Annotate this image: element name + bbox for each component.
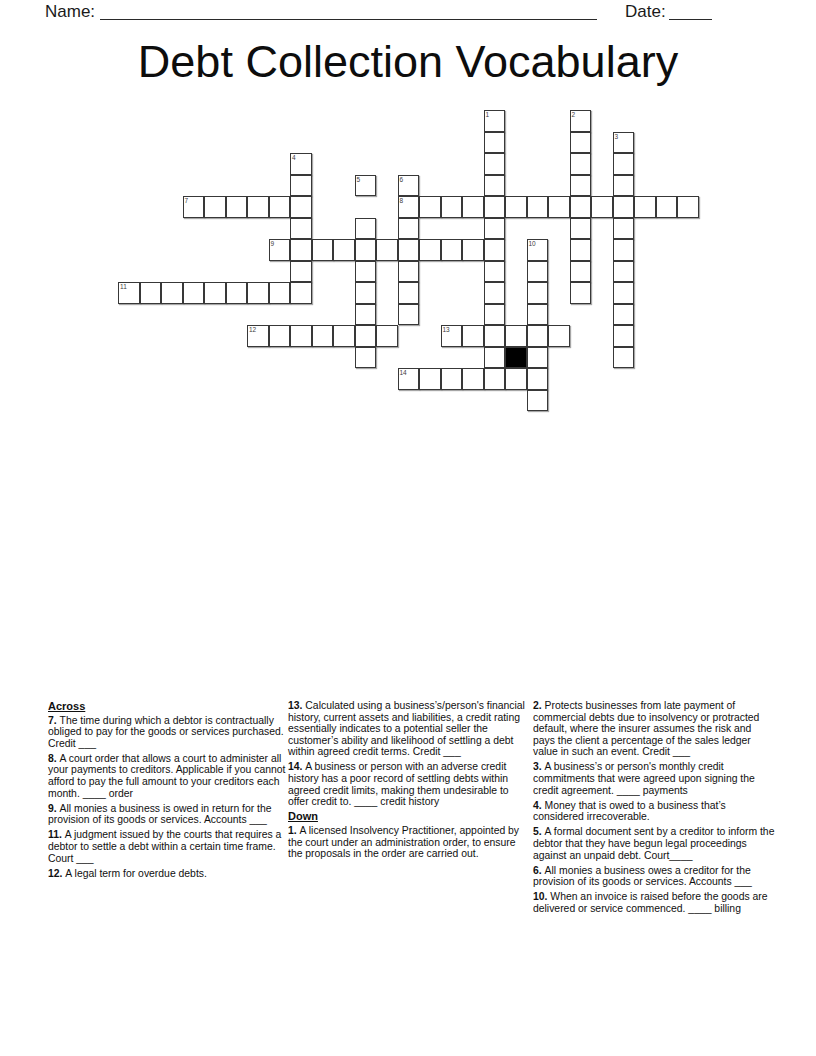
grid-cell[interactable] (290, 325, 312, 347)
grid-cell[interactable] (312, 325, 334, 347)
grid-cell[interactable] (527, 304, 549, 326)
grid-cell[interactable] (398, 239, 420, 261)
grid-cell[interactable]: 13 (441, 325, 463, 347)
grid-cell[interactable] (419, 368, 441, 390)
grid-cell[interactable]: 14 (398, 368, 420, 390)
down-clue-1: 1. A licensed Insolvency Practitioner, a… (288, 825, 526, 860)
clue-number: 1 (486, 111, 490, 119)
grid-cell[interactable] (505, 325, 527, 347)
grid-cell[interactable] (226, 196, 248, 218)
grid-cell[interactable] (441, 368, 463, 390)
grid-cell[interactable] (204, 196, 226, 218)
down-clues-part2: 2. Protects businesses from late payment… (533, 700, 775, 915)
grid-cell[interactable] (290, 282, 312, 304)
clue-number: 7 (185, 197, 189, 205)
grid-cell[interactable]: 7 (183, 196, 205, 218)
grid-cell[interactable]: 8 (398, 196, 420, 218)
across-clue-11: 11. A judgment issued by the courts that… (48, 829, 286, 864)
grid-cell[interactable] (441, 239, 463, 261)
across-header: Across (48, 701, 286, 713)
grid-cell[interactable] (527, 347, 549, 369)
clue-number: 11 (120, 283, 127, 291)
grid-cell[interactable] (398, 218, 420, 240)
grid-cell[interactable] (355, 325, 377, 347)
clue-number: 14 (400, 369, 407, 377)
grid-cell[interactable] (355, 261, 377, 283)
black-cell (505, 347, 527, 369)
clue-number-label: 2. (533, 700, 545, 711)
clue-number: 13 (443, 326, 450, 334)
grid-cell[interactable] (462, 239, 484, 261)
grid-cell[interactable] (419, 239, 441, 261)
grid-cell[interactable]: 5 (355, 175, 377, 197)
grid-cell[interactable] (333, 239, 355, 261)
clue-number-label: 3. (533, 761, 545, 772)
grid-cell[interactable] (441, 196, 463, 218)
grid-cell[interactable] (269, 196, 291, 218)
clue-number-label: 6. (533, 865, 545, 876)
grid-cell[interactable] (634, 196, 656, 218)
grid-cell[interactable]: 12 (247, 325, 269, 347)
across-clue-9: 9. All monies a business is owed in retu… (48, 803, 286, 826)
grid-cell[interactable] (613, 153, 635, 175)
grid-cell[interactable] (613, 239, 635, 261)
grid-cell[interactable] (548, 325, 570, 347)
grid-cell[interactable] (570, 132, 592, 154)
clue-number-label: 9. (48, 803, 60, 814)
clue-number-label: 7. (48, 715, 60, 726)
grid-cell[interactable] (484, 368, 506, 390)
grid-cell[interactable] (613, 175, 635, 197)
grid-cell[interactable] (462, 368, 484, 390)
clues-column-2: 13. Calculated using a business’s/person… (288, 700, 526, 863)
grid-cell[interactable] (613, 325, 635, 347)
grid-cell[interactable] (613, 218, 635, 240)
across-clue-7: 7. The time during which a debtor is con… (48, 715, 286, 750)
grid-cell[interactable] (484, 239, 506, 261)
grid-cell[interactable] (527, 196, 549, 218)
grid-cell[interactable] (376, 325, 398, 347)
clue-number: 10 (529, 240, 536, 248)
across-clue-13: 13. Calculated using a business’s/person… (288, 700, 526, 758)
grid-cell[interactable] (570, 239, 592, 261)
grid-cell[interactable] (484, 325, 506, 347)
across-clue-8: 8. A court order that allows a court to … (48, 753, 286, 799)
name-label: Name: (45, 2, 95, 22)
grid-cell[interactable] (505, 368, 527, 390)
grid-cell[interactable] (419, 196, 441, 218)
grid-cell[interactable] (161, 282, 183, 304)
grid-cell[interactable] (570, 218, 592, 240)
clue-number-label: 1. (288, 825, 300, 836)
grid-cell[interactable] (656, 196, 678, 218)
clue-number-label: 11. (48, 829, 65, 840)
grid-cell[interactable] (613, 282, 635, 304)
grid-cell[interactable] (484, 175, 506, 197)
grid-cell[interactable]: 11 (118, 282, 140, 304)
grid-cell[interactable] (290, 261, 312, 283)
grid-cell[interactable] (570, 175, 592, 197)
grid-cell[interactable] (570, 196, 592, 218)
grid-cell[interactable] (484, 282, 506, 304)
grid-cell[interactable] (398, 282, 420, 304)
crossword-grid: 1234567891011121314 (118, 110, 699, 411)
grid-cell[interactable] (484, 196, 506, 218)
grid-cell[interactable]: 1 (484, 110, 506, 132)
clue-number-label: 5. (533, 826, 545, 837)
grid-cell[interactable] (226, 282, 248, 304)
grid-cell[interactable] (376, 239, 398, 261)
grid-cell[interactable] (398, 304, 420, 326)
grid-cell[interactable] (527, 261, 549, 283)
grid-cell[interactable] (355, 304, 377, 326)
grid-cell[interactable] (269, 282, 291, 304)
clue-number: 3 (615, 133, 619, 141)
clue-number: 4 (292, 154, 296, 162)
grid-cell[interactable]: 2 (570, 110, 592, 132)
grid-cell[interactable] (398, 261, 420, 283)
page-title: Debt Collection Vocabulary (0, 36, 816, 88)
clue-number: 12 (249, 326, 256, 334)
grid-cell[interactable] (290, 218, 312, 240)
grid-cell[interactable] (140, 282, 162, 304)
clue-number-label: 8. (48, 753, 60, 764)
clue-number: 9 (271, 240, 275, 248)
grid-cell[interactable]: 10 (527, 239, 549, 261)
grid-cell[interactable] (570, 153, 592, 175)
name-blank-line[interactable] (100, 2, 597, 20)
grid-cell[interactable] (527, 282, 549, 304)
date-blank-line[interactable] (669, 2, 712, 20)
grid-cell[interactable] (677, 196, 699, 218)
clue-number: 8 (400, 197, 404, 205)
grid-cell[interactable] (247, 196, 269, 218)
grid-cell[interactable] (183, 282, 205, 304)
grid-cell[interactable]: 4 (290, 153, 312, 175)
across-clues-part1: 7. The time during which a debtor is con… (48, 715, 286, 880)
grid-cell[interactable] (333, 325, 355, 347)
down-clues-part1: 1. A licensed Insolvency Practitioner, a… (288, 825, 526, 860)
grid-cell[interactable] (484, 261, 506, 283)
clue-number: 5 (357, 176, 361, 184)
grid-cell[interactable] (613, 347, 635, 369)
grid-cell[interactable] (290, 239, 312, 261)
grid-cell[interactable] (613, 261, 635, 283)
down-clue-6: 6. All monies a business owes a creditor… (533, 865, 775, 888)
grid-cell[interactable] (527, 390, 549, 412)
clues-column-3: 2. Protects businesses from late payment… (533, 700, 775, 918)
grid-cell[interactable] (548, 196, 570, 218)
clue-number-label: 4. (533, 800, 545, 811)
grid-cell[interactable] (484, 218, 506, 240)
grid-cell[interactable] (204, 282, 226, 304)
date-label: Date: (625, 2, 666, 22)
grid-cell[interactable] (527, 368, 549, 390)
grid-cell[interactable] (505, 196, 527, 218)
grid-cell[interactable] (613, 196, 635, 218)
grid-cell[interactable] (613, 304, 635, 326)
clues-column-1: Across 7. The time during which a debtor… (48, 700, 286, 883)
grid-cell[interactable] (484, 132, 506, 154)
grid-cell[interactable] (355, 218, 377, 240)
clue-number-label: 14. (288, 761, 305, 772)
grid-cell[interactable] (570, 282, 592, 304)
down-clue-5: 5. A formal document sent by a creditor … (533, 826, 775, 861)
grid-cell[interactable]: 9 (269, 239, 291, 261)
clue-number: 6 (400, 176, 404, 184)
grid-cell[interactable]: 3 (613, 132, 635, 154)
grid-cell[interactable] (355, 282, 377, 304)
grid-cell[interactable] (484, 347, 506, 369)
clue-number-label: 13. (288, 700, 305, 711)
grid-cell[interactable] (462, 196, 484, 218)
clue-number-label: 10. (533, 891, 550, 902)
grid-cell[interactable] (247, 282, 269, 304)
clue-number-label: 12. (48, 868, 65, 879)
grid-cell[interactable] (591, 196, 613, 218)
worksheet-page: Name: Date: Debt Collection Vocabulary 1… (0, 0, 816, 1056)
grid-cell[interactable] (312, 239, 334, 261)
across-clue-14: 14. A business or person with an adverse… (288, 761, 526, 807)
grid-cell[interactable]: 6 (398, 175, 420, 197)
across-clues-part2: 13. Calculated using a business’s/person… (288, 700, 526, 808)
down-header: Down (288, 811, 526, 823)
grid-cell[interactable] (570, 261, 592, 283)
down-clue-2: 2. Protects businesses from late payment… (533, 700, 775, 758)
grid-cell[interactable] (290, 196, 312, 218)
grid-cell[interactable] (355, 239, 377, 261)
down-clue-10: 10. When an invoice is raised before the… (533, 891, 775, 914)
grid-cell[interactable] (484, 153, 506, 175)
across-clue-12: 12. A legal term for overdue debts. (48, 868, 286, 880)
down-clue-4: 4. Money that is owed to a business that… (533, 800, 775, 823)
grid-cell[interactable] (290, 175, 312, 197)
clue-number: 2 (572, 111, 576, 119)
grid-cell[interactable] (269, 325, 291, 347)
grid-cell[interactable] (462, 325, 484, 347)
grid-cell[interactable] (527, 325, 549, 347)
grid-cell[interactable] (484, 304, 506, 326)
down-clue-3: 3. A business’s or person's monthly cred… (533, 761, 775, 796)
grid-cell[interactable] (355, 347, 377, 369)
